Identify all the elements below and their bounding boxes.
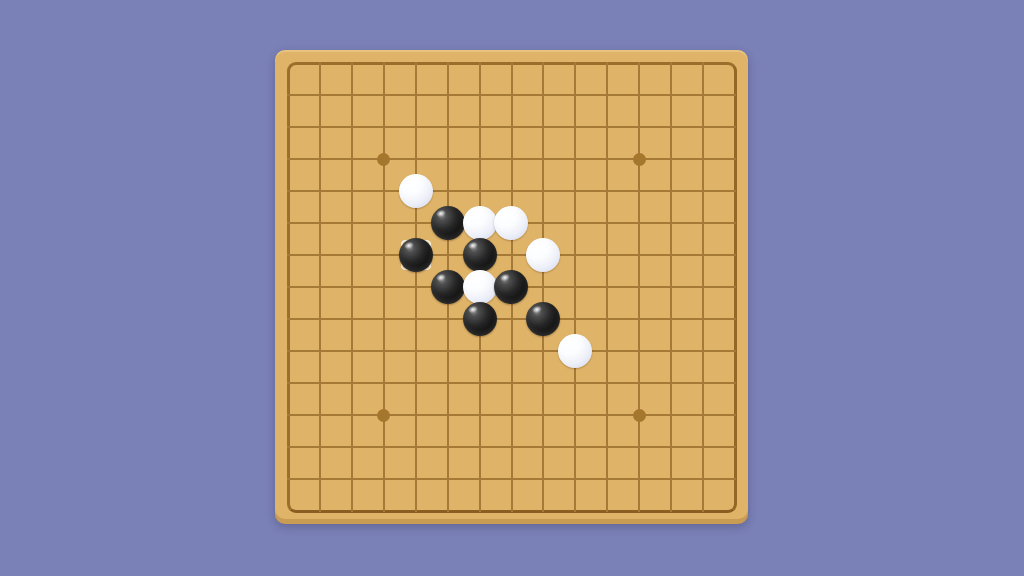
cell-I8[interactable] [527,271,559,303]
cell-D7[interactable] [368,303,400,335]
cell-A1[interactable] [272,495,304,527]
cell-C3[interactable] [336,431,368,463]
cell-I9[interactable] [527,239,559,271]
cell-L5[interactable] [623,367,655,399]
cell-A11[interactable] [272,175,304,207]
cell-H12[interactable] [496,143,528,175]
cell-H5[interactable] [496,367,528,399]
cell-D4[interactable] [368,399,400,431]
cell-D3[interactable] [368,431,400,463]
cell-A9[interactable] [272,239,304,271]
cell-M13[interactable] [655,111,687,143]
cell-N8[interactable] [687,271,719,303]
cell-F12[interactable] [432,143,464,175]
cell-G9[interactable] [464,239,496,271]
cell-I5[interactable] [527,367,559,399]
cell-L1[interactable] [623,495,655,527]
white-stone [558,334,592,368]
cell-F5[interactable] [432,367,464,399]
cell-K4[interactable] [591,399,623,431]
cell-K10[interactable] [591,207,623,239]
cell-M4[interactable] [655,399,687,431]
cell-M15[interactable] [655,47,687,79]
cell-C8[interactable] [336,271,368,303]
cell-C2[interactable] [336,463,368,495]
cell-G1[interactable] [464,495,496,527]
cell-N2[interactable] [687,463,719,495]
cell-O8[interactable] [719,271,751,303]
cell-A3[interactable] [272,431,304,463]
cell-D2[interactable] [368,463,400,495]
cell-C11[interactable] [336,175,368,207]
cell-O3[interactable] [719,431,751,463]
white-stone [399,174,433,208]
cell-H15[interactable] [496,47,528,79]
cell-H13[interactable] [496,111,528,143]
cell-B11[interactable] [304,175,336,207]
cell-O15[interactable] [719,47,751,79]
cell-O13[interactable] [719,111,751,143]
cell-E7[interactable] [400,303,432,335]
cell-G3[interactable] [464,431,496,463]
cell-A15[interactable] [272,47,304,79]
cell-B12[interactable] [304,143,336,175]
cell-D13[interactable] [368,111,400,143]
cell-H7[interactable] [496,303,528,335]
cell-K14[interactable] [591,79,623,111]
cell-I12[interactable] [527,143,559,175]
cell-H3[interactable] [496,431,528,463]
cell-A7[interactable] [272,303,304,335]
cell-N15[interactable] [687,47,719,79]
cell-E4[interactable] [400,399,432,431]
black-stone [494,270,528,304]
cell-F7[interactable] [432,303,464,335]
cell-G6[interactable] [464,335,496,367]
cell-C6[interactable] [336,335,368,367]
cell-K5[interactable] [591,367,623,399]
cell-B1[interactable] [304,495,336,527]
black-stone [463,302,497,336]
cell-N11[interactable] [687,175,719,207]
cell-N1[interactable] [687,495,719,527]
cell-L10[interactable] [623,207,655,239]
cell-E15[interactable] [400,47,432,79]
cell-J11[interactable] [559,175,591,207]
cell-A4[interactable] [272,399,304,431]
cell-D9[interactable] [368,239,400,271]
cell-J15[interactable] [559,47,591,79]
cell-B6[interactable] [304,335,336,367]
cell-F14[interactable] [432,79,464,111]
cell-H4[interactable] [496,399,528,431]
cell-K12[interactable] [591,143,623,175]
cell-D1[interactable] [368,495,400,527]
cell-G13[interactable] [464,111,496,143]
cell-N4[interactable] [687,399,719,431]
cell-M9[interactable] [655,239,687,271]
cell-G2[interactable] [464,463,496,495]
cell-D12[interactable] [368,143,400,175]
cell-G15[interactable] [464,47,496,79]
cell-K13[interactable] [591,111,623,143]
white-stone [526,238,560,272]
cell-K15[interactable] [591,47,623,79]
cell-L9[interactable] [623,239,655,271]
cell-A12[interactable] [272,143,304,175]
cell-F3[interactable] [432,431,464,463]
cell-K8[interactable] [591,271,623,303]
cell-L4[interactable] [623,399,655,431]
cell-B8[interactable] [304,271,336,303]
cell-N5[interactable] [687,367,719,399]
cell-G8[interactable] [464,271,496,303]
cell-K7[interactable] [591,303,623,335]
cell-C5[interactable] [336,367,368,399]
cell-O10[interactable] [719,207,751,239]
cell-C9[interactable] [336,239,368,271]
cell-C10[interactable] [336,207,368,239]
cell-D10[interactable] [368,207,400,239]
cell-L6[interactable] [623,335,655,367]
cell-J6[interactable] [559,335,591,367]
white-stone [463,270,497,304]
gomoku-board [275,50,748,524]
cell-J12[interactable] [559,143,591,175]
cell-G10[interactable] [464,207,496,239]
cell-K2[interactable] [591,463,623,495]
cell-G4[interactable] [464,399,496,431]
cell-E1[interactable] [400,495,432,527]
cell-E2[interactable] [400,463,432,495]
cell-O14[interactable] [719,79,751,111]
cell-C7[interactable] [336,303,368,335]
cell-I1[interactable] [527,495,559,527]
cell-C13[interactable] [336,111,368,143]
cell-C12[interactable] [336,143,368,175]
cell-M8[interactable] [655,271,687,303]
cell-A8[interactable] [272,271,304,303]
cell-M2[interactable] [655,463,687,495]
cell-B13[interactable] [304,111,336,143]
cell-B10[interactable] [304,207,336,239]
cell-O12[interactable] [719,143,751,175]
cell-E14[interactable] [400,79,432,111]
cell-D14[interactable] [368,79,400,111]
cell-F10[interactable] [432,207,464,239]
cell-B4[interactable] [304,399,336,431]
cell-H11[interactable] [496,175,528,207]
cell-H1[interactable] [496,495,528,527]
cell-H9[interactable] [496,239,528,271]
cell-O11[interactable] [719,175,751,207]
cell-M11[interactable] [655,175,687,207]
cell-O6[interactable] [719,335,751,367]
cell-B9[interactable] [304,239,336,271]
cell-B3[interactable] [304,431,336,463]
cell-O1[interactable] [719,495,751,527]
cell-E13[interactable] [400,111,432,143]
cell-I13[interactable] [527,111,559,143]
cell-F6[interactable] [432,335,464,367]
cell-L13[interactable] [623,111,655,143]
cell-J8[interactable] [559,271,591,303]
cell-F11[interactable] [432,175,464,207]
white-stone [463,206,497,240]
cell-M3[interactable] [655,431,687,463]
black-stone [431,270,465,304]
cell-H14[interactable] [496,79,528,111]
cell-L14[interactable] [623,79,655,111]
cell-F4[interactable] [432,399,464,431]
cell-M10[interactable] [655,207,687,239]
cell-J7[interactable] [559,303,591,335]
cell-E8[interactable] [400,271,432,303]
cell-E6[interactable] [400,335,432,367]
cell-L2[interactable] [623,463,655,495]
cell-E11[interactable] [400,175,432,207]
black-stone [463,238,497,272]
cell-N6[interactable] [687,335,719,367]
cell-D11[interactable] [368,175,400,207]
cell-F9[interactable] [432,239,464,271]
cell-J3[interactable] [559,431,591,463]
cell-E5[interactable] [400,367,432,399]
cell-L8[interactable] [623,271,655,303]
cell-I6[interactable] [527,335,559,367]
cell-K6[interactable] [591,335,623,367]
cell-I3[interactable] [527,431,559,463]
cell-G11[interactable] [464,175,496,207]
cell-N9[interactable] [687,239,719,271]
cell-G12[interactable] [464,143,496,175]
cell-N3[interactable] [687,431,719,463]
cell-C14[interactable] [336,79,368,111]
cell-D5[interactable] [368,367,400,399]
cell-A10[interactable] [272,207,304,239]
cell-F15[interactable] [432,47,464,79]
cell-O4[interactable] [719,399,751,431]
cell-H2[interactable] [496,463,528,495]
cell-B7[interactable] [304,303,336,335]
cell-C15[interactable] [336,47,368,79]
cell-K1[interactable] [591,495,623,527]
cell-N10[interactable] [687,207,719,239]
cell-O7[interactable] [719,303,751,335]
cell-B14[interactable] [304,79,336,111]
cell-E10[interactable] [400,207,432,239]
cell-O9[interactable] [719,239,751,271]
cell-A5[interactable] [272,367,304,399]
cell-M7[interactable] [655,303,687,335]
cell-A6[interactable] [272,335,304,367]
cell-F1[interactable] [432,495,464,527]
black-stone [399,238,433,272]
cell-D8[interactable] [368,271,400,303]
cell-J2[interactable] [559,463,591,495]
cell-B5[interactable] [304,367,336,399]
cell-K3[interactable] [591,431,623,463]
cell-C1[interactable] [336,495,368,527]
cell-O2[interactable] [719,463,751,495]
page-background [0,0,1024,576]
cell-F8[interactable] [432,271,464,303]
cell-E12[interactable] [400,143,432,175]
black-stone [431,206,465,240]
cell-H8[interactable] [496,271,528,303]
cell-A2[interactable] [272,463,304,495]
cell-I14[interactable] [527,79,559,111]
black-stone [526,302,560,336]
cell-M1[interactable] [655,495,687,527]
cell-J5[interactable] [559,367,591,399]
cell-L11[interactable] [623,175,655,207]
cell-L15[interactable] [623,47,655,79]
cell-J4[interactable] [559,399,591,431]
cell-D15[interactable] [368,47,400,79]
cell-F13[interactable] [432,111,464,143]
cell-O5[interactable] [719,367,751,399]
cell-I4[interactable] [527,399,559,431]
cell-H6[interactable] [496,335,528,367]
cell-N12[interactable] [687,143,719,175]
cell-E9[interactable] [400,239,432,271]
cell-K9[interactable] [591,239,623,271]
cell-I2[interactable] [527,463,559,495]
cell-K11[interactable] [591,175,623,207]
cell-L3[interactable] [623,431,655,463]
cell-M6[interactable] [655,335,687,367]
cell-M5[interactable] [655,367,687,399]
cell-I10[interactable] [527,207,559,239]
cell-B15[interactable] [304,47,336,79]
cell-D6[interactable] [368,335,400,367]
cell-A14[interactable] [272,79,304,111]
cell-E3[interactable] [400,431,432,463]
cell-B2[interactable] [304,463,336,495]
cell-J13[interactable] [559,111,591,143]
cell-J9[interactable] [559,239,591,271]
cell-H10[interactable] [496,207,528,239]
cell-I7[interactable] [527,303,559,335]
board-grid [272,47,751,527]
cell-G14[interactable] [464,79,496,111]
cell-N7[interactable] [687,303,719,335]
cell-I15[interactable] [527,47,559,79]
cell-I11[interactable] [527,175,559,207]
cell-G7[interactable] [464,303,496,335]
cell-M12[interactable] [655,143,687,175]
cell-N14[interactable] [687,79,719,111]
cell-M14[interactable] [655,79,687,111]
cell-C4[interactable] [336,399,368,431]
cell-L12[interactable] [623,143,655,175]
cell-A13[interactable] [272,111,304,143]
cell-G5[interactable] [464,367,496,399]
cell-J10[interactable] [559,207,591,239]
cell-F2[interactable] [432,463,464,495]
cell-J14[interactable] [559,79,591,111]
cell-J1[interactable] [559,495,591,527]
cell-N13[interactable] [687,111,719,143]
cell-L7[interactable] [623,303,655,335]
white-stone [494,206,528,240]
